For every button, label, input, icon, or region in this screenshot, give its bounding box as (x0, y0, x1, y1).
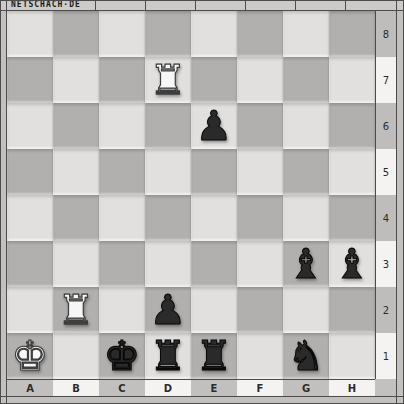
square-f2[interactable] (237, 287, 283, 333)
square-g7[interactable] (283, 57, 329, 103)
square-d1[interactable]: ♜ (145, 333, 191, 379)
frame-line-right (396, 0, 397, 404)
square-c4[interactable] (99, 195, 145, 241)
square-h1[interactable] (329, 333, 375, 379)
file-label-g: G (283, 380, 329, 396)
square-a3[interactable] (7, 241, 53, 287)
header-separator (195, 0, 196, 10)
square-a2[interactable] (7, 287, 53, 333)
square-g1[interactable]: ♞ (283, 333, 329, 379)
square-d8[interactable] (145, 11, 191, 57)
piece-black-knight[interactable]: ♞ (288, 333, 325, 379)
piece-black-pawn[interactable]: ♟ (150, 287, 187, 333)
square-h8[interactable] (329, 11, 375, 57)
frame-line-bottom (0, 396, 404, 397)
square-b4[interactable] (53, 195, 99, 241)
square-g2[interactable] (283, 287, 329, 333)
square-b1[interactable] (53, 333, 99, 379)
square-d7[interactable]: ♜ (145, 57, 191, 103)
square-c1[interactable]: ♚ (99, 333, 145, 379)
square-f7[interactable] (237, 57, 283, 103)
header-separator (345, 0, 346, 10)
square-a6[interactable] (7, 103, 53, 149)
square-b2[interactable]: ♜ (53, 287, 99, 333)
square-c8[interactable] (99, 11, 145, 57)
piece-black-bishop[interactable]: ♝ (288, 241, 325, 287)
square-e5[interactable] (191, 149, 237, 195)
square-f6[interactable] (237, 103, 283, 149)
square-a5[interactable] (7, 149, 53, 195)
square-h6[interactable] (329, 103, 375, 149)
square-f1[interactable] (237, 333, 283, 379)
piece-white-king[interactable]: ♚ (12, 333, 49, 379)
brand-cell: NETSCHACH·DE (7, 0, 96, 10)
square-e2[interactable] (191, 287, 237, 333)
rank-label-4: 4 (376, 195, 396, 241)
square-c6[interactable] (99, 103, 145, 149)
chess-board-app: NETSCHACH·DE ♜♟♝♝♜♟♚♚♜♜♞ 87654321 ABCDEF… (0, 0, 404, 404)
square-c2[interactable] (99, 287, 145, 333)
square-e4[interactable] (191, 195, 237, 241)
rank-label-3: 3 (376, 241, 396, 287)
file-label-a: A (7, 380, 53, 396)
piece-black-rook[interactable]: ♜ (196, 333, 233, 379)
square-g8[interactable] (283, 11, 329, 57)
square-g5[interactable] (283, 149, 329, 195)
square-a1[interactable]: ♚ (7, 333, 53, 379)
square-e1[interactable]: ♜ (191, 333, 237, 379)
rank-label-1: 1 (376, 333, 396, 379)
square-e8[interactable] (191, 11, 237, 57)
square-a7[interactable] (7, 57, 53, 103)
square-h2[interactable] (329, 287, 375, 333)
square-b8[interactable] (53, 11, 99, 57)
square-b5[interactable] (53, 149, 99, 195)
square-a4[interactable] (7, 195, 53, 241)
square-f8[interactable] (237, 11, 283, 57)
square-d4[interactable] (145, 195, 191, 241)
piece-black-bishop[interactable]: ♝ (334, 241, 371, 287)
board: ♜♟♝♝♜♟♚♚♜♜♞ (7, 11, 375, 379)
rank-label-8: 8 (376, 11, 396, 57)
header-separator (245, 0, 246, 10)
square-b7[interactable] (53, 57, 99, 103)
square-f5[interactable] (237, 149, 283, 195)
square-a8[interactable] (7, 11, 53, 57)
rank-label-2: 2 (376, 287, 396, 333)
rank-labels-column: 87654321 (375, 11, 396, 379)
rank-label-7: 7 (376, 57, 396, 103)
rank-label-5: 5 (376, 149, 396, 195)
file-label-b: B (53, 380, 99, 396)
square-b6[interactable] (53, 103, 99, 149)
square-d6[interactable] (145, 103, 191, 149)
header-separator (145, 0, 146, 10)
file-label-f: F (237, 380, 283, 396)
square-d3[interactable] (145, 241, 191, 287)
header-strip: NETSCHACH·DE (0, 0, 404, 11)
piece-black-king[interactable]: ♚ (104, 333, 141, 379)
square-h4[interactable] (329, 195, 375, 241)
square-f4[interactable] (237, 195, 283, 241)
square-e6[interactable]: ♟ (191, 103, 237, 149)
site-brand-label: NETSCHACH·DE (11, 0, 81, 10)
square-g4[interactable] (283, 195, 329, 241)
square-f3[interactable] (237, 241, 283, 287)
square-g6[interactable] (283, 103, 329, 149)
square-h5[interactable] (329, 149, 375, 195)
square-c7[interactable] (99, 57, 145, 103)
square-e7[interactable] (191, 57, 237, 103)
piece-black-pawn[interactable]: ♟ (196, 103, 233, 149)
square-d5[interactable] (145, 149, 191, 195)
piece-white-rook[interactable]: ♜ (58, 287, 95, 333)
piece-white-rook[interactable]: ♜ (150, 57, 187, 103)
square-c5[interactable] (99, 149, 145, 195)
rank-label-6: 6 (376, 103, 396, 149)
file-label-h: H (329, 380, 375, 396)
square-d2[interactable]: ♟ (145, 287, 191, 333)
square-h3[interactable]: ♝ (329, 241, 375, 287)
square-c3[interactable] (99, 241, 145, 287)
header-separator (295, 0, 296, 10)
square-h7[interactable] (329, 57, 375, 103)
square-b3[interactable] (53, 241, 99, 287)
piece-black-rook[interactable]: ♜ (150, 333, 187, 379)
file-labels-row: ABCDEFGH (7, 379, 375, 396)
file-label-d: D (145, 380, 191, 396)
file-label-c: C (99, 380, 145, 396)
file-label-e: E (191, 380, 237, 396)
square-g3[interactable]: ♝ (283, 241, 329, 287)
frame-line-left (6, 0, 7, 404)
square-e3[interactable] (191, 241, 237, 287)
